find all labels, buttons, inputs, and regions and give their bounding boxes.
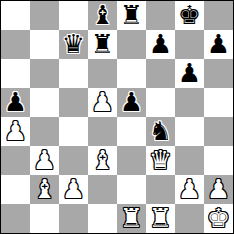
square-d7[interactable]: ♜: [88, 30, 117, 59]
square-h5[interactable]: [204, 88, 233, 117]
square-a3[interactable]: [1, 146, 30, 175]
square-d3[interactable]: ♝: [88, 146, 117, 175]
square-c6[interactable]: [59, 59, 88, 88]
square-h2[interactable]: ♟: [204, 175, 233, 204]
square-b7[interactable]: [30, 30, 59, 59]
square-h8[interactable]: [204, 1, 233, 30]
square-c5[interactable]: [59, 88, 88, 117]
square-e6[interactable]: [117, 59, 146, 88]
square-b1[interactable]: [30, 204, 59, 233]
square-e8[interactable]: ♜: [117, 1, 146, 30]
white-pawn-piece: ♟: [175, 175, 204, 204]
square-c3[interactable]: [59, 146, 88, 175]
square-b2[interactable]: ♝: [30, 175, 59, 204]
black-rook-piece: ♜: [117, 1, 146, 30]
black-rook-piece: ♜: [88, 30, 117, 59]
square-a6[interactable]: [1, 59, 30, 88]
black-pawn-piece: ♟: [117, 88, 146, 117]
square-e1[interactable]: ♜: [117, 204, 146, 233]
square-a8[interactable]: [1, 1, 30, 30]
square-d6[interactable]: [88, 59, 117, 88]
black-pawn-piece: ♟: [175, 59, 204, 88]
square-f6[interactable]: [146, 59, 175, 88]
square-f8[interactable]: [146, 1, 175, 30]
square-d2[interactable]: [88, 175, 117, 204]
black-king-piece: ♚: [175, 1, 204, 30]
square-f3[interactable]: ♛: [146, 146, 175, 175]
square-b5[interactable]: [30, 88, 59, 117]
square-g1[interactable]: [175, 204, 204, 233]
chess-board: ♝♜♚♛♜♟♟♟♟♟♟♟♞♟♝♛♝♟♟♟♜♜♚: [1, 1, 233, 233]
square-f5[interactable]: [146, 88, 175, 117]
black-knight-piece: ♞: [146, 117, 175, 146]
square-a4[interactable]: ♟: [1, 117, 30, 146]
square-a1[interactable]: [1, 204, 30, 233]
square-e7[interactable]: [117, 30, 146, 59]
square-c2[interactable]: ♟: [59, 175, 88, 204]
square-f4[interactable]: ♞: [146, 117, 175, 146]
white-pawn-piece: ♟: [88, 88, 117, 117]
square-g7[interactable]: [175, 30, 204, 59]
square-f2[interactable]: [146, 175, 175, 204]
square-f7[interactable]: ♟: [146, 30, 175, 59]
white-pawn-piece: ♟: [204, 175, 233, 204]
square-a2[interactable]: [1, 175, 30, 204]
black-pawn-piece: ♟: [1, 88, 30, 117]
square-e5[interactable]: ♟: [117, 88, 146, 117]
square-e2[interactable]: [117, 175, 146, 204]
square-d5[interactable]: ♟: [88, 88, 117, 117]
white-bishop-piece: ♝: [30, 175, 59, 204]
square-a5[interactable]: ♟: [1, 88, 30, 117]
white-rook-piece: ♜: [146, 204, 175, 233]
square-g4[interactable]: [175, 117, 204, 146]
square-g2[interactable]: ♟: [175, 175, 204, 204]
white-pawn-piece: ♟: [30, 146, 59, 175]
square-c8[interactable]: [59, 1, 88, 30]
square-g6[interactable]: ♟: [175, 59, 204, 88]
white-pawn-piece: ♟: [1, 117, 30, 146]
black-queen-piece: ♛: [59, 30, 88, 59]
black-bishop-piece: ♝: [88, 1, 117, 30]
square-b6[interactable]: [30, 59, 59, 88]
square-h1[interactable]: ♚: [204, 204, 233, 233]
black-pawn-piece: ♟: [146, 30, 175, 59]
square-b3[interactable]: ♟: [30, 146, 59, 175]
square-h3[interactable]: [204, 146, 233, 175]
chess-board-frame: ♝♜♚♛♜♟♟♟♟♟♟♟♞♟♝♛♝♟♟♟♜♜♚: [0, 0, 234, 234]
square-d8[interactable]: ♝: [88, 1, 117, 30]
white-queen-piece: ♛: [146, 146, 175, 175]
square-g3[interactable]: [175, 146, 204, 175]
square-b8[interactable]: [30, 1, 59, 30]
black-pawn-piece: ♟: [204, 30, 233, 59]
square-h6[interactable]: [204, 59, 233, 88]
square-d1[interactable]: [88, 204, 117, 233]
square-e4[interactable]: [117, 117, 146, 146]
square-b4[interactable]: [30, 117, 59, 146]
square-g8[interactable]: ♚: [175, 1, 204, 30]
white-bishop-piece: ♝: [88, 146, 117, 175]
square-f1[interactable]: ♜: [146, 204, 175, 233]
white-king-piece: ♚: [204, 204, 233, 233]
square-a7[interactable]: [1, 30, 30, 59]
square-d4[interactable]: [88, 117, 117, 146]
square-c1[interactable]: [59, 204, 88, 233]
square-e3[interactable]: [117, 146, 146, 175]
square-c4[interactable]: [59, 117, 88, 146]
square-c7[interactable]: ♛: [59, 30, 88, 59]
white-rook-piece: ♜: [117, 204, 146, 233]
square-h7[interactable]: ♟: [204, 30, 233, 59]
white-pawn-piece: ♟: [59, 175, 88, 204]
square-h4[interactable]: [204, 117, 233, 146]
square-g5[interactable]: [175, 88, 204, 117]
